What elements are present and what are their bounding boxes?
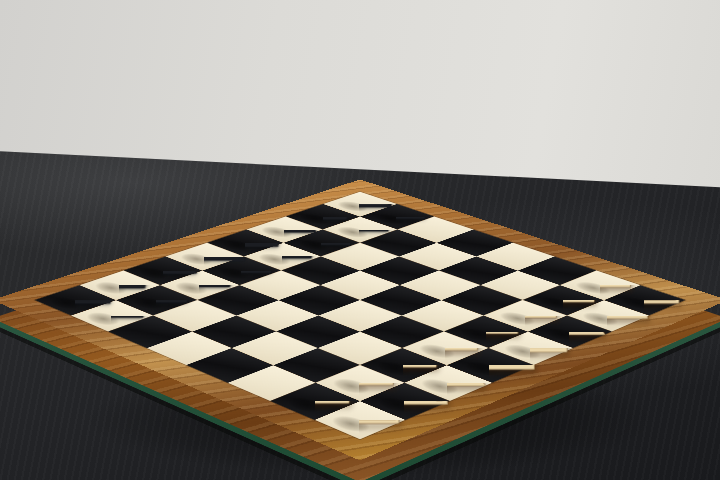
board-frame: ♜♟♟♜♞♟♟♞♝♟♟♝♛♟♟♛♚♟♟♚♝♟♟♝♞♟♟♞♜♟♟♜ bbox=[0, 179, 720, 460]
chess-board: ♜♟♟♜♞♟♟♞♝♟♟♝♛♟♟♛♚♟♟♚♝♟♟♝♞♟♟♞♜♟♟♜ bbox=[0, 179, 720, 460]
board-perspective-wrapper: ♜♟♟♜♞♟♟♞♝♟♟♝♛♟♟♛♚♟♟♚♝♟♟♝♞♟♟♞♜♟♟♜ bbox=[100, 40, 620, 480]
chess-photo-scene: ♜♟♟♜♞♟♟♞♝♟♟♝♛♟♟♛♚♟♟♚♝♟♟♝♞♟♟♞♜♟♟♜ bbox=[0, 0, 720, 480]
square-h1: ♜ bbox=[314, 401, 405, 439]
board-grid: ♜♟♟♜♞♟♟♞♝♟♟♝♛♟♟♛♚♟♟♚♝♟♟♝♞♟♟♞♜♟♟♜ bbox=[35, 192, 686, 440]
white-rook-icon: ♜ bbox=[296, 304, 423, 446]
